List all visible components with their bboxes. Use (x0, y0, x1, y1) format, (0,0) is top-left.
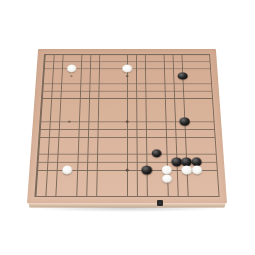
star-point (126, 169, 129, 171)
star-point (126, 75, 128, 77)
white-stone[interactable] (67, 65, 77, 72)
black-stone[interactable] (142, 166, 152, 175)
black-stone[interactable] (178, 72, 188, 80)
board-clasp (157, 200, 163, 206)
board-surface[interactable] (27, 49, 227, 203)
star-point (126, 120, 128, 122)
black-stone[interactable] (151, 149, 161, 157)
star-point (68, 120, 71, 122)
black-stone[interactable] (171, 157, 182, 166)
black-stone[interactable] (191, 157, 202, 166)
white-stone[interactable] (192, 166, 203, 175)
white-stone[interactable] (162, 166, 173, 175)
board-shadow (30, 207, 224, 212)
star-point (70, 75, 72, 77)
white-stone[interactable] (122, 65, 132, 72)
white-stone[interactable] (182, 166, 193, 175)
white-stone[interactable] (162, 174, 173, 183)
black-stone[interactable] (180, 117, 190, 125)
black-stone[interactable] (181, 157, 192, 166)
white-stone[interactable] (62, 166, 73, 175)
go-board[interactable] (27, 49, 227, 203)
